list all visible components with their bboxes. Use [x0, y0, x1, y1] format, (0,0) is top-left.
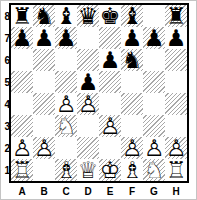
square-d6[interactable]: [77, 49, 99, 71]
square-h7[interactable]: ♟: [165, 27, 187, 49]
white-queen: ♕: [77, 159, 99, 181]
square-a7[interactable]: ♟: [11, 27, 33, 49]
black-pawn: ♟: [165, 27, 187, 49]
square-c7[interactable]: ♟: [55, 27, 77, 49]
square-h5[interactable]: [165, 71, 187, 93]
white-rook-fill: ♜: [165, 159, 187, 181]
square-a4[interactable]: [11, 93, 33, 115]
square-f5[interactable]: [121, 71, 143, 93]
square-c8[interactable]: ♝: [55, 5, 77, 27]
square-d5[interactable]: ♟: [77, 71, 99, 93]
square-h2[interactable]: ♟♙: [165, 137, 187, 159]
square-b5[interactable]: [33, 71, 55, 93]
rank-label-5: 5: [0, 71, 9, 93]
square-f7[interactable]: ♟: [121, 27, 143, 49]
square-h3[interactable]: [165, 115, 187, 137]
black-pawn: ♟: [99, 49, 121, 71]
black-queen: ♛: [77, 5, 99, 27]
square-b1[interactable]: [33, 159, 55, 181]
file-label-f: F: [121, 186, 143, 197]
square-a6[interactable]: [11, 49, 33, 71]
file-label-d: D: [77, 186, 99, 197]
square-g7[interactable]: ♟: [143, 27, 165, 49]
square-e5[interactable]: [99, 71, 121, 93]
square-d7[interactable]: [77, 27, 99, 49]
square-d1[interactable]: ♛♕: [77, 159, 99, 181]
white-knight-fill: ♞: [55, 115, 77, 137]
square-b3[interactable]: [33, 115, 55, 137]
white-pawn-fill: ♟: [99, 115, 121, 137]
square-b7[interactable]: ♟: [33, 27, 55, 49]
white-rook-fill: ♜: [11, 159, 33, 181]
rank-label-8: 8: [0, 5, 9, 27]
white-bishop: ♗: [55, 159, 77, 181]
square-d8[interactable]: ♛: [77, 5, 99, 27]
black-pawn: ♟: [121, 27, 143, 49]
file-label-b: B: [33, 186, 55, 197]
square-h4[interactable]: [165, 93, 187, 115]
square-f6[interactable]: ♞: [121, 49, 143, 71]
file-label-e: E: [99, 186, 121, 197]
white-bishop: ♗: [121, 159, 143, 181]
rank-label-6: 6: [0, 49, 9, 71]
black-bishop: ♝: [55, 5, 77, 27]
square-e7[interactable]: [99, 27, 121, 49]
square-f1[interactable]: ♝♗: [121, 159, 143, 181]
black-bishop: ♝: [121, 5, 143, 27]
white-pawn-fill: ♟: [77, 93, 99, 115]
black-pawn: ♟: [77, 71, 99, 93]
rank-label-1: 1: [0, 159, 9, 181]
file-labels: ABCDEFGH: [11, 186, 187, 197]
white-bishop-fill: ♝: [121, 159, 143, 181]
square-b6[interactable]: [33, 49, 55, 71]
square-h8[interactable]: ♜: [165, 5, 187, 27]
square-g3[interactable]: [143, 115, 165, 137]
square-g1[interactable]: ♞♘: [143, 159, 165, 181]
board-frame: ♜♞♝♛♚♝♜♟♟♟♟♟♟♟♞♟♟♙♟♙♞♘♟♙♟♙♟♙♟♙♟♙♟♙♜♖♝♗♛♕…: [9, 3, 189, 183]
square-e3[interactable]: ♟♙: [99, 115, 121, 137]
square-a8[interactable]: ♜: [11, 5, 33, 27]
black-pawn: ♟: [143, 27, 165, 49]
white-pawn: ♙: [99, 115, 121, 137]
white-bishop-fill: ♝: [55, 159, 77, 181]
square-h1[interactable]: ♜♖: [165, 159, 187, 181]
white-pawn-fill: ♟: [143, 137, 165, 159]
file-label-g: G: [143, 186, 165, 197]
black-pawn: ♟: [55, 27, 77, 49]
white-pawn-fill: ♟: [165, 137, 187, 159]
file-label-a: A: [11, 186, 33, 197]
square-d4[interactable]: ♟♙: [77, 93, 99, 115]
white-king: ♔: [99, 159, 121, 181]
square-c1[interactable]: ♝♗: [55, 159, 77, 181]
square-e2[interactable]: [99, 137, 121, 159]
black-rook: ♜: [11, 5, 33, 27]
square-e1[interactable]: ♚♔: [99, 159, 121, 181]
white-pawn-fill: ♟: [11, 137, 33, 159]
white-pawn-fill: ♟: [121, 137, 143, 159]
square-e6[interactable]: ♟: [99, 49, 121, 71]
square-d2[interactable]: [77, 137, 99, 159]
black-king: ♚: [99, 5, 121, 27]
square-f3[interactable]: [121, 115, 143, 137]
square-g4[interactable]: [143, 93, 165, 115]
square-c6[interactable]: [55, 49, 77, 71]
square-g2[interactable]: ♟♙: [143, 137, 165, 159]
square-b8[interactable]: ♞: [33, 5, 55, 27]
square-b4[interactable]: [33, 93, 55, 115]
white-pawn-fill: ♟: [55, 93, 77, 115]
square-c2[interactable]: [55, 137, 77, 159]
rank-labels: 87654321: [0, 5, 9, 181]
rank-label-7: 7: [0, 27, 9, 49]
white-knight-fill: ♞: [143, 159, 165, 181]
white-pawn: ♙: [143, 137, 165, 159]
square-b2[interactable]: ♟♙: [33, 137, 55, 159]
square-e4[interactable]: [99, 93, 121, 115]
square-d3[interactable]: [77, 115, 99, 137]
square-g5[interactable]: [143, 71, 165, 93]
square-f2[interactable]: ♟♙: [121, 137, 143, 159]
square-a2[interactable]: ♟♙: [11, 137, 33, 159]
square-f4[interactable]: [121, 93, 143, 115]
square-a3[interactable]: [11, 115, 33, 137]
rank-label-4: 4: [0, 93, 9, 115]
white-pawn-fill: ♟: [33, 137, 55, 159]
square-g6[interactable]: [143, 49, 165, 71]
white-pawn: ♙: [77, 93, 99, 115]
white-knight: ♘: [55, 115, 77, 137]
square-a5[interactable]: [11, 71, 33, 93]
white-rook: ♖: [165, 159, 187, 181]
square-f8[interactable]: ♝: [121, 5, 143, 27]
rank-label-3: 3: [0, 115, 9, 137]
black-pawn: ♟: [11, 27, 33, 49]
black-rook: ♜: [165, 5, 187, 27]
black-knight: ♞: [121, 49, 143, 71]
square-g8[interactable]: [143, 5, 165, 27]
white-knight: ♘: [143, 159, 165, 181]
white-pawn: ♙: [165, 137, 187, 159]
square-e8[interactable]: ♚: [99, 5, 121, 27]
white-pawn: ♙: [55, 93, 77, 115]
white-queen-fill: ♛: [77, 159, 99, 181]
square-a1[interactable]: ♜♖: [11, 159, 33, 181]
white-pawn: ♙: [11, 137, 33, 159]
file-label-h: H: [165, 186, 187, 197]
square-c4[interactable]: ♟♙: [55, 93, 77, 115]
white-pawn: ♙: [121, 137, 143, 159]
black-pawn: ♟: [33, 27, 55, 49]
file-label-c: C: [55, 186, 77, 197]
white-rook: ♖: [11, 159, 33, 181]
black-knight: ♞: [33, 5, 55, 27]
square-c5[interactable]: [55, 71, 77, 93]
square-h6[interactable]: [165, 49, 187, 71]
white-pawn: ♙: [33, 137, 55, 159]
chess-board: ♜♞♝♛♚♝♜♟♟♟♟♟♟♟♞♟♟♙♟♙♞♘♟♙♟♙♟♙♟♙♟♙♟♙♜♖♝♗♛♕…: [11, 5, 187, 181]
white-king-fill: ♚: [99, 159, 121, 181]
chess-diagram: 87654321 ♜♞♝♛♚♝♜♟♟♟♟♟♟♟♞♟♟♙♟♙♞♘♟♙♟♙♟♙♟♙♟…: [0, 0, 197, 200]
rank-label-2: 2: [0, 137, 9, 159]
square-c3[interactable]: ♞♘: [55, 115, 77, 137]
